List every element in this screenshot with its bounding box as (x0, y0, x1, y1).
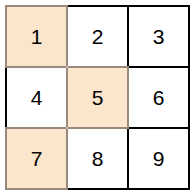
grid-cell-r1c1[interactable]: 1 (7, 7, 66, 66)
grid-cell-r3c1[interactable]: 7 (7, 129, 66, 188)
number-grid-board: 1 2 3 4 5 6 7 8 9 (5, 5, 190, 190)
grid-cell-r1c3[interactable]: 3 (129, 7, 188, 66)
grid-cell-r2c3[interactable]: 6 (129, 68, 188, 127)
grid-cell-r3c3[interactable]: 9 (129, 129, 188, 188)
grid-cell-r3c2[interactable]: 8 (68, 129, 127, 188)
grid-cell-r2c1[interactable]: 4 (7, 68, 66, 127)
grid-cell-r1c2[interactable]: 2 (68, 7, 127, 66)
grid-cell-r2c2[interactable]: 5 (68, 68, 127, 127)
